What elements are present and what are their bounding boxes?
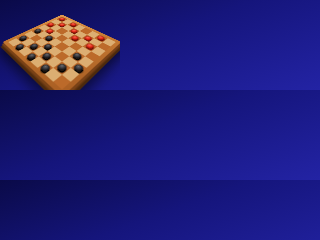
square-r4c5[interactable]: [62, 46, 77, 56]
square-r5c5[interactable]: [54, 51, 69, 62]
square-r4c4[interactable]: [55, 42, 69, 51]
square-r7c2[interactable]: [18, 46, 33, 56]
black-piece[interactable]: [71, 52, 83, 60]
black-piece[interactable]: [43, 43, 54, 50]
black-piece[interactable]: [39, 63, 52, 73]
board-frame: [3, 15, 120, 90]
square-r4c7[interactable]: [78, 56, 94, 68]
square-r1c7[interactable]: [97, 42, 111, 51]
square-r5c6[interactable]: [62, 56, 78, 68]
background: [0, 0, 120, 90]
square-r6c2[interactable]: [27, 42, 41, 51]
red-piece[interactable]: [84, 43, 95, 50]
square-r6c3[interactable]: [33, 46, 48, 56]
black-piece[interactable]: [29, 43, 40, 50]
square-r6c7[interactable]: [62, 67, 79, 81]
square-r4c6[interactable]: [70, 51, 85, 62]
square-r3c5[interactable]: [69, 42, 83, 51]
black-piece[interactable]: [72, 63, 85, 73]
square-r7c5[interactable]: [37, 61, 54, 74]
square-r7c3[interactable]: [24, 51, 39, 62]
square-r0c7[interactable]: [102, 38, 115, 46]
square-r2c6[interactable]: [83, 42, 97, 51]
square-r3c7[interactable]: [85, 51, 100, 62]
black-piece[interactable]: [15, 43, 26, 50]
square-r5c4[interactable]: [47, 46, 62, 56]
board-3d-wrapper: [3, 15, 120, 90]
black-piece[interactable]: [56, 63, 69, 73]
square-r7c1[interactable]: [13, 42, 27, 51]
square-r3c6[interactable]: [77, 46, 92, 56]
black-piece[interactable]: [26, 52, 38, 60]
square-r6c6[interactable]: [54, 61, 71, 74]
square-r7c6[interactable]: [45, 67, 62, 81]
square-r7c4[interactable]: [30, 56, 46, 68]
black-piece[interactable]: [41, 52, 53, 60]
square-r6c5[interactable]: [46, 56, 62, 68]
square-r2c7[interactable]: [91, 46, 106, 56]
square-r5c3[interactable]: [41, 42, 55, 51]
checkers-board: [8, 17, 115, 90]
square-r5c7[interactable]: [70, 61, 87, 74]
square-r6c4[interactable]: [39, 51, 54, 62]
square-r7c7[interactable]: [53, 74, 71, 89]
